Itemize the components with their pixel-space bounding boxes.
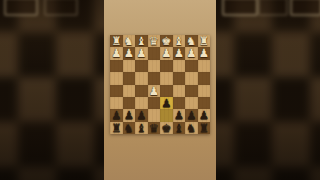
square-d4[interactable]	[148, 72, 161, 84]
square-d5[interactable]: ♟	[148, 85, 161, 97]
square-c1[interactable]: ♝	[135, 35, 148, 47]
white-rook: ♜	[111, 35, 121, 47]
square-e2[interactable]: ♟	[160, 47, 173, 59]
black-pawn: ♟	[199, 109, 209, 121]
black-rook: ♜	[199, 122, 209, 134]
square-b6[interactable]	[123, 97, 136, 109]
square-f2[interactable]: ♟	[173, 47, 186, 59]
square-g2[interactable]: ♟	[185, 47, 198, 59]
square-f8[interactable]: ♝	[173, 122, 186, 134]
white-pawn: ♟	[124, 47, 134, 59]
square-c7[interactable]: ♟	[135, 109, 148, 121]
black-pawn: ♟	[124, 109, 134, 121]
square-d2[interactable]	[148, 47, 161, 59]
square-h2[interactable]: ♟	[198, 47, 211, 59]
black-bishop: ♝	[174, 122, 184, 134]
white-rook: ♜	[199, 35, 209, 47]
white-pawn: ♟	[186, 47, 196, 59]
black-pawn: ♟	[161, 97, 171, 109]
square-f6[interactable]	[173, 97, 186, 109]
square-e1[interactable]: ♚	[160, 35, 173, 47]
black-pawn: ♟	[136, 109, 146, 121]
square-b7[interactable]: ♟	[123, 109, 136, 121]
square-b8[interactable]: ♞	[123, 122, 136, 134]
square-a3[interactable]	[110, 60, 123, 72]
black-knight: ♞	[186, 122, 196, 134]
square-h6[interactable]	[198, 97, 211, 109]
square-c5[interactable]	[135, 85, 148, 97]
white-pawn: ♟	[161, 47, 171, 59]
black-king: ♚	[161, 122, 171, 134]
square-a6[interactable]	[110, 97, 123, 109]
square-f4[interactable]	[173, 72, 186, 84]
video-content-strip: ♜♞♝♛♚♝♞♜♟♟♟♟♟♟♟♟♟♟♟♟♟♟♟♜♞♝♛♚♝♞♜	[104, 0, 216, 180]
white-pawn: ♟	[174, 47, 184, 59]
square-f5[interactable]	[173, 85, 186, 97]
black-pawn: ♟	[186, 109, 196, 121]
white-knight: ♞	[124, 35, 134, 47]
square-h7[interactable]: ♟	[198, 109, 211, 121]
black-bishop: ♝	[136, 122, 146, 134]
square-c4[interactable]	[135, 72, 148, 84]
square-e4[interactable]	[160, 72, 173, 84]
square-e6[interactable]: ♟	[160, 97, 173, 109]
square-c8[interactable]: ♝	[135, 122, 148, 134]
blurred-piece-frame	[222, 0, 258, 16]
white-pawn: ♟	[136, 47, 146, 59]
square-h8[interactable]: ♜	[198, 122, 211, 134]
square-d6[interactable]	[148, 97, 161, 109]
square-d8[interactable]: ♛	[148, 122, 161, 134]
blurred-piece-frame	[44, 0, 78, 16]
square-b3[interactable]	[123, 60, 136, 72]
white-bishop: ♝	[136, 35, 146, 47]
square-b5[interactable]	[123, 85, 136, 97]
square-d3[interactable]	[148, 60, 161, 72]
square-a2[interactable]: ♟	[110, 47, 123, 59]
square-g6[interactable]	[185, 97, 198, 109]
background-blur-left	[0, 0, 104, 180]
square-g4[interactable]	[185, 72, 198, 84]
square-g5[interactable]	[185, 85, 198, 97]
square-h5[interactable]	[198, 85, 211, 97]
square-g7[interactable]: ♟	[185, 109, 198, 121]
white-pawn: ♟	[199, 47, 209, 59]
square-a4[interactable]	[110, 72, 123, 84]
square-d1[interactable]: ♛	[148, 35, 161, 47]
square-b4[interactable]	[123, 72, 136, 84]
white-pawn: ♟	[149, 85, 159, 97]
square-e3[interactable]	[160, 60, 173, 72]
square-d7[interactable]	[148, 109, 161, 121]
square-e5[interactable]	[160, 85, 173, 97]
black-pawn: ♟	[174, 109, 184, 121]
square-f1[interactable]: ♝	[173, 35, 186, 47]
black-queen: ♛	[149, 122, 159, 134]
black-rook: ♜	[111, 122, 121, 134]
square-c2[interactable]: ♟	[135, 47, 148, 59]
square-f7[interactable]: ♟	[173, 109, 186, 121]
black-pawn: ♟	[111, 109, 121, 121]
square-e8[interactable]: ♚	[160, 122, 173, 134]
square-c6[interactable]	[135, 97, 148, 109]
square-a7[interactable]: ♟	[110, 109, 123, 121]
square-g3[interactable]	[185, 60, 198, 72]
square-a1[interactable]: ♜	[110, 35, 123, 47]
white-knight: ♞	[186, 35, 196, 47]
square-g1[interactable]: ♞	[185, 35, 198, 47]
square-a5[interactable]	[110, 85, 123, 97]
white-bishop: ♝	[174, 35, 184, 47]
square-e7[interactable]	[160, 109, 173, 121]
square-h1[interactable]: ♜	[198, 35, 211, 47]
square-f3[interactable]	[173, 60, 186, 72]
square-g8[interactable]: ♞	[185, 122, 198, 134]
square-b1[interactable]: ♞	[123, 35, 136, 47]
square-c3[interactable]	[135, 60, 148, 72]
square-h3[interactable]	[198, 60, 211, 72]
blurred-piece-frame	[258, 0, 288, 16]
white-queen: ♛	[149, 35, 159, 47]
white-pawn: ♟	[111, 47, 121, 59]
blurred-piece-frame	[4, 0, 38, 16]
square-b2[interactable]: ♟	[123, 47, 136, 59]
chess-board: ♜♞♝♛♚♝♞♜♟♟♟♟♟♟♟♟♟♟♟♟♟♟♟♜♞♝♛♚♝♞♜	[110, 35, 210, 134]
video-frame: ♜♞♝♛♚♝♞♜♟♟♟♟♟♟♟♟♟♟♟♟♟♟♟♜♞♝♛♚♝♞♜	[0, 0, 320, 180]
blurred-piece-frame	[290, 0, 320, 16]
white-king: ♚	[161, 35, 171, 47]
black-knight: ♞	[124, 122, 134, 134]
square-h4[interactable]	[198, 72, 211, 84]
background-blur-right	[216, 0, 320, 180]
square-a8[interactable]: ♜	[110, 122, 123, 134]
